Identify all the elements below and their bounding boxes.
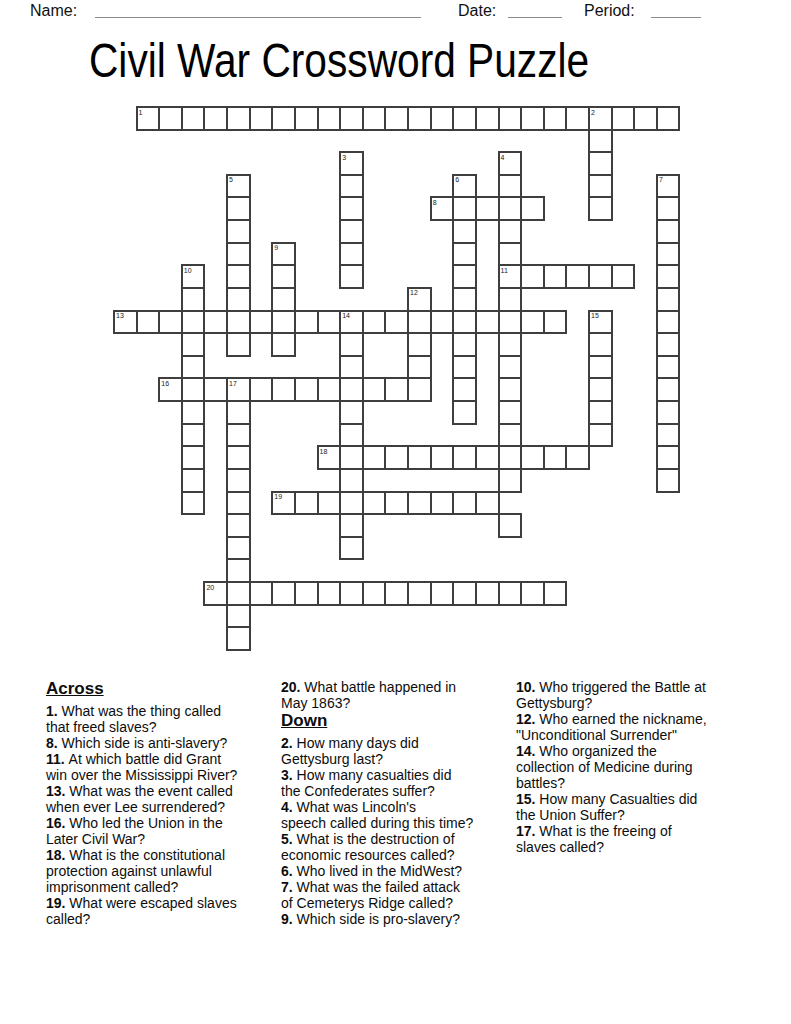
clue-number-19: 19 xyxy=(274,493,282,500)
clue-7-text: What was the failed attack of Cemeterys … xyxy=(281,879,460,911)
cell-r21c9[interactable] xyxy=(317,581,342,606)
clue-19-text: What were escaped slaves called? xyxy=(46,895,237,927)
cell-r5c15[interactable] xyxy=(452,219,477,244)
clue-16-across: 16. Who led the Union in the Later Civil… xyxy=(46,815,266,847)
clue-17-text: What is the freeing of slaves called? xyxy=(516,823,672,855)
down-heading: Down xyxy=(281,711,523,731)
cell-r12c17[interactable] xyxy=(498,377,523,402)
clue-number-1: 1 xyxy=(139,109,143,116)
period-label: Period: xyxy=(584,2,635,20)
cell-r18c5[interactable] xyxy=(226,513,251,538)
cell-r5c17[interactable] xyxy=(498,219,523,244)
cell-r17c5[interactable] xyxy=(226,491,251,516)
clue-12-text: Who earned the nickname, "Unconditional … xyxy=(516,711,707,743)
cell-r7c7[interactable] xyxy=(271,264,296,289)
cell-r5c5[interactable] xyxy=(226,219,251,244)
cell-r15c16[interactable] xyxy=(475,445,500,470)
cell-r0c11[interactable] xyxy=(362,106,387,131)
cell-r11c17[interactable] xyxy=(498,355,523,380)
cell-r10c5[interactable] xyxy=(226,332,251,357)
cell-r0c24[interactable] xyxy=(656,106,681,131)
cell-r14c3[interactable] xyxy=(181,423,206,448)
cell-r4c10[interactable] xyxy=(339,196,364,221)
cell-r0c4[interactable] xyxy=(203,106,228,131)
cell-r9c18[interactable] xyxy=(520,310,545,335)
cell-r12c24[interactable] xyxy=(656,377,681,402)
cell-r0c5[interactable] xyxy=(226,106,251,131)
cell-r12c12[interactable] xyxy=(384,377,409,402)
clue-number-2: 2 xyxy=(591,109,595,116)
cell-r8c7[interactable] xyxy=(271,287,296,312)
name-label: Name: xyxy=(30,2,77,20)
clue-1-across: 1. What was the thing called that freed … xyxy=(46,703,266,735)
clue-13-text: What was the event called when ever Lee … xyxy=(46,783,233,815)
cell-r15c14[interactable] xyxy=(430,445,455,470)
cell-r21c11[interactable] xyxy=(362,581,387,606)
cell-r17c14[interactable] xyxy=(430,491,455,516)
cell-r14c10[interactable] xyxy=(339,423,364,448)
cell-r15c5[interactable] xyxy=(226,445,251,470)
cell-r21c13[interactable] xyxy=(407,581,432,606)
cell-r17c10[interactable] xyxy=(339,491,364,516)
clue-3-down: 3. How many casualties did the Confedera… xyxy=(281,767,523,799)
clue-11-text: At which battle did Grant win over the M… xyxy=(46,751,237,783)
date-blank-line xyxy=(508,2,562,18)
clue-number-12: 12 xyxy=(410,289,418,296)
cell-r17c3[interactable] xyxy=(181,491,206,516)
cell-r21c16[interactable] xyxy=(475,581,500,606)
cell-r0c9[interactable] xyxy=(317,106,342,131)
cell-r21c12[interactable] xyxy=(384,581,409,606)
cell-r8c5[interactable] xyxy=(226,287,251,312)
cell-r11c10[interactable] xyxy=(339,355,364,380)
clue-number-14: 14 xyxy=(342,312,350,319)
clue-16-number: 16. xyxy=(46,815,65,831)
cell-r10c3[interactable] xyxy=(181,332,206,357)
clue-number-18: 18 xyxy=(320,448,328,455)
cell-r14c5[interactable] xyxy=(226,423,251,448)
clue-6-number: 6. xyxy=(281,863,293,879)
cell-r0c18[interactable] xyxy=(520,106,545,131)
cell-r9c19[interactable] xyxy=(543,310,568,335)
cell-r12c7[interactable] xyxy=(271,377,296,402)
cell-r5c10[interactable] xyxy=(339,219,364,244)
clue-2-text: How many days did Gettysburg last? xyxy=(281,735,419,767)
clue-8-text: Which side is anti-slavery? xyxy=(62,735,228,751)
clue-column-1: Across1. What was the thing called that … xyxy=(46,679,266,927)
cell-r9c11[interactable] xyxy=(362,310,387,335)
cell-r6c15[interactable] xyxy=(452,242,477,267)
clue-number-8: 8 xyxy=(433,199,437,206)
clue-2-number: 2. xyxy=(281,735,293,751)
cell-r15c10[interactable] xyxy=(339,445,364,470)
clue-number-17: 17 xyxy=(229,380,237,387)
cell-r19c5[interactable] xyxy=(226,536,251,561)
cell-r21c8[interactable] xyxy=(294,581,319,606)
cell-r6c10[interactable] xyxy=(339,242,364,267)
cell-r21c18[interactable] xyxy=(520,581,545,606)
cell-r12c3[interactable] xyxy=(181,377,206,402)
cell-r11c21[interactable] xyxy=(588,355,613,380)
cell-r17c12[interactable] xyxy=(384,491,409,516)
clue-7-down: 7. What was the failed attack of Cemeter… xyxy=(281,879,523,911)
cell-r5c24[interactable] xyxy=(656,219,681,244)
cell-r7c20[interactable] xyxy=(565,264,590,289)
cell-r21c19[interactable] xyxy=(543,581,568,606)
cell-r13c3[interactable] xyxy=(181,400,206,425)
cell-r6c24[interactable] xyxy=(656,242,681,267)
cell-r8c24[interactable] xyxy=(656,287,681,312)
cell-r14c17[interactable] xyxy=(498,423,523,448)
cell-r12c9[interactable] xyxy=(317,377,342,402)
clue-15-down: 15. How many Casualties did the Union Su… xyxy=(516,791,758,823)
cell-r0c7[interactable] xyxy=(271,106,296,131)
cell-r0c17[interactable] xyxy=(498,106,523,131)
cell-r9c1[interactable] xyxy=(136,310,161,335)
across-heading: Across xyxy=(46,679,266,699)
cell-r13c17[interactable] xyxy=(498,400,523,425)
cell-r4c5[interactable] xyxy=(226,196,251,221)
clue-6-text: Who lived in the MidWest? xyxy=(297,863,462,879)
cell-r9c14[interactable] xyxy=(430,310,455,335)
cell-r7c19[interactable] xyxy=(543,264,568,289)
cell-r3c10[interactable] xyxy=(339,174,364,199)
cell-r7c22[interactable] xyxy=(611,264,636,289)
cell-r10c13[interactable] xyxy=(407,332,432,357)
clue-4-text: What was Lincoln's speech called during … xyxy=(281,799,473,831)
cell-r15c11[interactable] xyxy=(362,445,387,470)
cell-r0c3[interactable] xyxy=(181,106,206,131)
cell-r0c8[interactable] xyxy=(294,106,319,131)
cell-r7c24[interactable] xyxy=(656,264,681,289)
cell-r0c13[interactable] xyxy=(407,106,432,131)
clue-14-text: Who organized the collection of Medicine… xyxy=(516,743,693,791)
clue-14-down: 14. Who organized the collection of Medi… xyxy=(516,743,758,791)
cell-r9c5[interactable] xyxy=(226,310,251,335)
clue-column-2: 20. What battle happened in May 1863?Dow… xyxy=(281,679,523,927)
cell-r0c6[interactable] xyxy=(249,106,274,131)
cell-r17c15[interactable] xyxy=(452,491,477,516)
cell-r7c21[interactable] xyxy=(588,264,613,289)
cell-r12c15[interactable] xyxy=(452,377,477,402)
cell-r12c13[interactable] xyxy=(407,377,432,402)
cell-r13c5[interactable] xyxy=(226,400,251,425)
cell-r8c15[interactable] xyxy=(452,287,477,312)
cell-r17c13[interactable] xyxy=(407,491,432,516)
cell-r9c12[interactable] xyxy=(384,310,409,335)
clue-10-text: Who triggered the Battle at Gettysburg? xyxy=(516,679,706,711)
cell-r12c11[interactable] xyxy=(362,377,387,402)
cell-r16c24[interactable] xyxy=(656,468,681,493)
cell-r6c17[interactable] xyxy=(498,242,523,267)
cell-r9c4[interactable] xyxy=(203,310,228,335)
cell-r15c19[interactable] xyxy=(543,445,568,470)
cell-r9c6[interactable] xyxy=(249,310,274,335)
clue-3-text: How many casualties did the Confederates… xyxy=(281,767,451,799)
cell-r4c18[interactable] xyxy=(520,196,545,221)
cell-r15c24[interactable] xyxy=(656,445,681,470)
clue-5-text: What is the destruction of economic reso… xyxy=(281,831,455,863)
cell-r4c24[interactable] xyxy=(656,196,681,221)
cell-r0c16[interactable] xyxy=(475,106,500,131)
cell-r10c15[interactable] xyxy=(452,332,477,357)
cell-r17c9[interactable] xyxy=(317,491,342,516)
clue-12-number: 12. xyxy=(516,711,535,727)
clue-19-across: 19. What were escaped slaves called? xyxy=(46,895,266,927)
cell-r18c10[interactable] xyxy=(339,513,364,538)
cell-r10c7[interactable] xyxy=(271,332,296,357)
cell-r3c21[interactable] xyxy=(588,174,613,199)
cell-r22c5[interactable] xyxy=(226,604,251,629)
cell-r23c5[interactable] xyxy=(226,626,251,651)
cell-r21c14[interactable] xyxy=(430,581,455,606)
clue-11-number: 11. xyxy=(46,751,65,767)
cell-r15c12[interactable] xyxy=(384,445,409,470)
clue-17-number: 17. xyxy=(516,823,535,839)
clue-number-5: 5 xyxy=(229,176,233,183)
clue-10-number: 10. xyxy=(516,679,535,695)
cell-r15c20[interactable] xyxy=(565,445,590,470)
cell-r4c21[interactable] xyxy=(588,196,613,221)
clue-number-4: 4 xyxy=(501,154,505,161)
clue-number-9: 9 xyxy=(274,244,278,251)
cell-r13c10[interactable] xyxy=(339,400,364,425)
cell-r12c4[interactable] xyxy=(203,377,228,402)
clue-6-down: 6. Who lived in the MidWest? xyxy=(281,863,523,879)
cell-r15c13[interactable] xyxy=(407,445,432,470)
clue-14-number: 14. xyxy=(516,743,535,759)
cell-r15c15[interactable] xyxy=(452,445,477,470)
cell-r7c5[interactable] xyxy=(226,264,251,289)
period-blank-line xyxy=(651,2,701,18)
clue-13-across: 13. What was the event called when ever … xyxy=(46,783,266,815)
cell-r4c17[interactable] xyxy=(498,196,523,221)
cell-r13c15[interactable] xyxy=(452,400,477,425)
cell-r21c7[interactable] xyxy=(271,581,296,606)
clue-1-number: 1. xyxy=(46,703,58,719)
clue-13-number: 13. xyxy=(46,783,65,799)
clue-8-number: 8. xyxy=(46,735,58,751)
clue-number-3: 3 xyxy=(342,154,346,161)
clue-1-text: What was the thing called that freed sla… xyxy=(46,703,221,735)
cell-r20c5[interactable] xyxy=(226,558,251,583)
cell-r14c21[interactable] xyxy=(588,423,613,448)
name-blank-line xyxy=(95,2,421,18)
cell-r11c15[interactable] xyxy=(452,355,477,380)
cell-r15c3[interactable] xyxy=(181,445,206,470)
clue-9-number: 9. xyxy=(281,911,293,927)
clue-5-number: 5. xyxy=(281,831,293,847)
cell-r14c24[interactable] xyxy=(656,423,681,448)
cell-r0c2[interactable] xyxy=(158,106,183,131)
cell-r21c17[interactable] xyxy=(498,581,523,606)
crossword-grid: 1234567891011121314151617181920 xyxy=(113,106,681,652)
cell-r8c17[interactable] xyxy=(498,287,523,312)
clue-12-down: 12. Who earned the nickname, "Unconditio… xyxy=(516,711,758,743)
clue-5-down: 5. What is the destruction of economic r… xyxy=(281,831,523,863)
cell-r11c13[interactable] xyxy=(407,355,432,380)
clue-16-text: Who led the Union in the Later Civil War… xyxy=(46,815,223,847)
clue-number-7: 7 xyxy=(659,176,663,183)
cell-r12c21[interactable] xyxy=(588,377,613,402)
cell-r9c3[interactable] xyxy=(181,310,206,335)
cell-r21c10[interactable] xyxy=(339,581,364,606)
cell-r0c22[interactable] xyxy=(611,106,636,131)
clue-20-number: 20. xyxy=(281,679,300,695)
cell-r1c21[interactable] xyxy=(588,129,613,154)
cell-r0c23[interactable] xyxy=(633,106,658,131)
cell-r12c6[interactable] xyxy=(249,377,274,402)
cell-r4c15[interactable] xyxy=(452,196,477,221)
cell-r13c24[interactable] xyxy=(656,400,681,425)
clue-11-across: 11. At which battle did Grant win over t… xyxy=(46,751,266,783)
cell-r7c15[interactable] xyxy=(452,264,477,289)
cell-r6c5[interactable] xyxy=(226,242,251,267)
cell-r9c15[interactable] xyxy=(452,310,477,335)
cell-r10c24[interactable] xyxy=(656,332,681,357)
cell-r0c15[interactable] xyxy=(452,106,477,131)
cell-r12c10[interactable] xyxy=(339,377,364,402)
cell-r16c10[interactable] xyxy=(339,468,364,493)
cell-r3c17[interactable] xyxy=(498,174,523,199)
cell-r10c17[interactable] xyxy=(498,332,523,357)
cell-r12c8[interactable] xyxy=(294,377,319,402)
clue-number-11: 11 xyxy=(501,267,508,274)
cell-r4c16[interactable] xyxy=(475,196,500,221)
worksheet-page: Name: Date: Period: Civil War Crossword … xyxy=(0,0,791,1024)
clue-3-number: 3. xyxy=(281,767,293,783)
cell-r0c12[interactable] xyxy=(384,106,409,131)
cell-r8c3[interactable] xyxy=(181,287,206,312)
cell-r0c20[interactable] xyxy=(565,106,590,131)
date-label: Date: xyxy=(458,2,496,20)
clue-15-number: 15. xyxy=(516,791,535,807)
clue-4-number: 4. xyxy=(281,799,293,815)
clue-20-across: 20. What battle happened in May 1863? xyxy=(281,679,523,711)
cell-r21c15[interactable] xyxy=(452,581,477,606)
cell-r16c17[interactable] xyxy=(498,468,523,493)
clue-number-6: 6 xyxy=(455,176,459,183)
cell-r9c8[interactable] xyxy=(294,310,319,335)
cell-r16c3[interactable] xyxy=(181,468,206,493)
clue-20-text: What battle happened in May 1863? xyxy=(281,679,456,711)
cell-r0c14[interactable] xyxy=(430,106,455,131)
clue-number-20: 20 xyxy=(206,584,214,591)
clue-18-number: 18. xyxy=(46,847,65,863)
clue-18-text: What is the constitutional protection ag… xyxy=(46,847,225,895)
cell-r9c16[interactable] xyxy=(475,310,500,335)
cell-r11c3[interactable] xyxy=(181,355,206,380)
cell-r17c11[interactable] xyxy=(362,491,387,516)
cell-r0c19[interactable] xyxy=(543,106,568,131)
cell-r9c13[interactable] xyxy=(407,310,432,335)
clue-9-text: Which side is pro-slavery? xyxy=(297,911,460,927)
cell-r17c16[interactable] xyxy=(475,491,500,516)
clue-2-down: 2. How many days did Gettysburg last? xyxy=(281,735,523,767)
cell-r21c6[interactable] xyxy=(249,581,274,606)
cell-r13c21[interactable] xyxy=(588,400,613,425)
cell-r11c24[interactable] xyxy=(656,355,681,380)
cell-r17c8[interactable] xyxy=(294,491,319,516)
clue-4-down: 4. What was Lincoln's speech called duri… xyxy=(281,799,523,831)
clue-7-number: 7. xyxy=(281,879,293,895)
cell-r9c7[interactable] xyxy=(271,310,296,335)
page-title: Civil War Crossword Puzzle xyxy=(89,32,589,88)
cell-r9c2[interactable] xyxy=(158,310,183,335)
clue-number-10: 10 xyxy=(184,267,192,274)
cell-r21c5[interactable] xyxy=(226,581,251,606)
cell-r9c24[interactable] xyxy=(656,310,681,335)
clue-9-down: 9. Which side is pro-slavery? xyxy=(281,911,523,927)
cell-r18c17[interactable] xyxy=(498,513,523,538)
cell-r10c10[interactable] xyxy=(339,332,364,357)
cell-r7c18[interactable] xyxy=(520,264,545,289)
clue-column-3: 10. Who triggered the Battle at Gettysbu… xyxy=(516,679,758,855)
cell-r9c17[interactable] xyxy=(498,310,523,335)
clue-8-across: 8. Which side is anti-slavery? xyxy=(46,735,266,751)
cell-r7c10[interactable] xyxy=(339,264,364,289)
cell-r15c18[interactable] xyxy=(520,445,545,470)
cell-r2c21[interactable] xyxy=(588,151,613,176)
cell-r15c17[interactable] xyxy=(498,445,523,470)
cell-r16c5[interactable] xyxy=(226,468,251,493)
clue-number-13: 13 xyxy=(116,312,124,319)
clue-15-text: How many Casualties did the Union Suffer… xyxy=(516,791,697,823)
clue-10-down: 10. Who triggered the Battle at Gettysbu… xyxy=(516,679,758,711)
cell-r9c9[interactable] xyxy=(317,310,342,335)
clue-17-down: 17. What is the freeing of slaves called… xyxy=(516,823,758,855)
cell-r19c10[interactable] xyxy=(339,536,364,561)
clue-number-15: 15 xyxy=(591,312,599,319)
clue-number-16: 16 xyxy=(161,380,169,387)
clue-18-across: 18. What is the constitutional protectio… xyxy=(46,847,266,895)
cell-r0c10[interactable] xyxy=(339,106,364,131)
clue-19-number: 19. xyxy=(46,895,65,911)
cell-r10c21[interactable] xyxy=(588,332,613,357)
